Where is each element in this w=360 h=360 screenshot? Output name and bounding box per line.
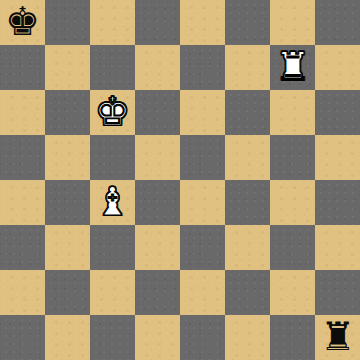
square-f5[interactable] <box>225 135 270 180</box>
square-f1[interactable] <box>225 315 270 360</box>
square-b7[interactable] <box>45 45 90 90</box>
square-a3[interactable] <box>0 225 45 270</box>
square-d3[interactable] <box>135 225 180 270</box>
square-h1[interactable]: ♜ <box>315 315 360 360</box>
piece-white-rook[interactable]: ♜ <box>275 47 310 86</box>
square-a4[interactable] <box>0 180 45 225</box>
square-e6[interactable] <box>180 90 225 135</box>
square-h7[interactable] <box>315 45 360 90</box>
square-c6[interactable]: ♚ <box>90 90 135 135</box>
square-c4[interactable]: ♝ <box>90 180 135 225</box>
square-b3[interactable] <box>45 225 90 270</box>
square-e2[interactable] <box>180 270 225 315</box>
square-g3[interactable] <box>270 225 315 270</box>
piece-black-rook[interactable]: ♜ <box>320 317 355 356</box>
square-e7[interactable] <box>180 45 225 90</box>
square-c3[interactable] <box>90 225 135 270</box>
square-a7[interactable] <box>0 45 45 90</box>
square-g4[interactable] <box>270 180 315 225</box>
square-c5[interactable] <box>90 135 135 180</box>
square-c8[interactable] <box>90 0 135 45</box>
square-g6[interactable] <box>270 90 315 135</box>
square-h6[interactable] <box>315 90 360 135</box>
square-a2[interactable] <box>0 270 45 315</box>
square-e5[interactable] <box>180 135 225 180</box>
square-g5[interactable] <box>270 135 315 180</box>
square-f4[interactable] <box>225 180 270 225</box>
square-f6[interactable] <box>225 90 270 135</box>
square-d1[interactable] <box>135 315 180 360</box>
square-c2[interactable] <box>90 270 135 315</box>
square-b8[interactable] <box>45 0 90 45</box>
square-h3[interactable] <box>315 225 360 270</box>
square-e8[interactable] <box>180 0 225 45</box>
square-a5[interactable] <box>0 135 45 180</box>
square-c7[interactable] <box>90 45 135 90</box>
square-f8[interactable] <box>225 0 270 45</box>
square-h2[interactable] <box>315 270 360 315</box>
square-d2[interactable] <box>135 270 180 315</box>
square-g1[interactable] <box>270 315 315 360</box>
square-h8[interactable] <box>315 0 360 45</box>
square-d8[interactable] <box>135 0 180 45</box>
square-b6[interactable] <box>45 90 90 135</box>
square-a1[interactable] <box>0 315 45 360</box>
piece-black-king[interactable]: ♚ <box>5 2 40 41</box>
square-h4[interactable] <box>315 180 360 225</box>
square-f7[interactable] <box>225 45 270 90</box>
square-a6[interactable] <box>0 90 45 135</box>
chess-board: ♚♜♚♝♜ <box>0 0 360 360</box>
piece-white-bishop[interactable]: ♝ <box>95 182 130 221</box>
square-g7[interactable]: ♜ <box>270 45 315 90</box>
square-c1[interactable] <box>90 315 135 360</box>
square-f2[interactable] <box>225 270 270 315</box>
square-g2[interactable] <box>270 270 315 315</box>
square-g8[interactable] <box>270 0 315 45</box>
square-f3[interactable] <box>225 225 270 270</box>
square-d5[interactable] <box>135 135 180 180</box>
square-d4[interactable] <box>135 180 180 225</box>
piece-white-king[interactable]: ♚ <box>95 92 130 131</box>
square-a8[interactable]: ♚ <box>0 0 45 45</box>
square-b4[interactable] <box>45 180 90 225</box>
square-e3[interactable] <box>180 225 225 270</box>
square-d6[interactable] <box>135 90 180 135</box>
square-e4[interactable] <box>180 180 225 225</box>
square-b5[interactable] <box>45 135 90 180</box>
square-d7[interactable] <box>135 45 180 90</box>
square-e1[interactable] <box>180 315 225 360</box>
square-h5[interactable] <box>315 135 360 180</box>
square-b2[interactable] <box>45 270 90 315</box>
square-b1[interactable] <box>45 315 90 360</box>
